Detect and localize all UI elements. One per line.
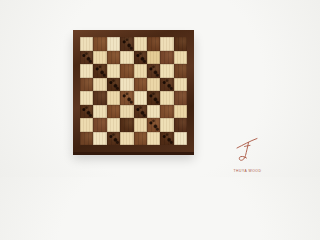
square-h7 xyxy=(174,51,187,65)
square-a5 xyxy=(80,78,93,92)
square-a4 xyxy=(80,91,93,105)
square-b7 xyxy=(93,51,106,65)
square-a6 xyxy=(80,64,93,78)
square-h5 xyxy=(174,78,187,92)
square-g5 xyxy=(160,78,173,92)
square-f5 xyxy=(147,78,160,92)
square-c2 xyxy=(107,118,120,132)
chess-board xyxy=(73,30,194,152)
square-d1 xyxy=(120,132,133,146)
brand-logo-icon xyxy=(235,137,259,163)
square-e3 xyxy=(134,105,147,119)
square-b5 xyxy=(93,78,106,92)
square-h4 xyxy=(174,91,187,105)
square-d4 xyxy=(120,91,133,105)
square-b4 xyxy=(93,91,106,105)
square-e7 xyxy=(134,51,147,65)
square-c5 xyxy=(107,78,120,92)
square-e2 xyxy=(134,118,147,132)
square-f8 xyxy=(147,37,160,51)
square-g4 xyxy=(160,91,173,105)
square-h3 xyxy=(174,105,187,119)
brand-name: THUYA WOOD xyxy=(233,168,260,172)
square-g6 xyxy=(160,64,173,78)
square-a1 xyxy=(80,132,93,146)
square-d7 xyxy=(120,51,133,65)
square-h1 xyxy=(174,132,187,146)
square-f6 xyxy=(147,64,160,78)
square-a2 xyxy=(80,118,93,132)
square-g8 xyxy=(160,37,173,51)
square-c8 xyxy=(107,37,120,51)
square-a8 xyxy=(80,37,93,51)
square-e6 xyxy=(134,64,147,78)
square-c7 xyxy=(107,51,120,65)
square-a3 xyxy=(80,105,93,119)
square-d3 xyxy=(120,105,133,119)
square-d8 xyxy=(120,37,133,51)
square-g3 xyxy=(160,105,173,119)
square-f1 xyxy=(147,132,160,146)
photo-background: THUYA WOOD xyxy=(0,0,266,177)
square-g1 xyxy=(160,132,173,146)
square-d2 xyxy=(120,118,133,132)
square-g2 xyxy=(160,118,173,132)
square-g7 xyxy=(160,51,173,65)
square-c6 xyxy=(107,64,120,78)
square-c3 xyxy=(107,105,120,119)
square-c1 xyxy=(107,132,120,146)
square-b6 xyxy=(93,64,106,78)
square-c4 xyxy=(107,91,120,105)
square-h6 xyxy=(174,64,187,78)
square-b1 xyxy=(93,132,106,146)
square-f4 xyxy=(147,91,160,105)
square-d6 xyxy=(120,64,133,78)
square-a7 xyxy=(80,51,93,65)
square-f3 xyxy=(147,105,160,119)
square-f2 xyxy=(147,118,160,132)
square-b2 xyxy=(93,118,106,132)
square-e4 xyxy=(134,91,147,105)
square-b3 xyxy=(93,105,106,119)
square-e8 xyxy=(134,37,147,51)
square-f7 xyxy=(147,51,160,65)
square-h2 xyxy=(174,118,187,132)
square-e1 xyxy=(134,132,147,146)
board-grid xyxy=(80,37,187,145)
square-h8 xyxy=(174,37,187,51)
square-e5 xyxy=(134,78,147,92)
brand-watermark: THUYA WOOD xyxy=(231,137,263,173)
square-b8 xyxy=(93,37,106,51)
square-d5 xyxy=(120,78,133,92)
